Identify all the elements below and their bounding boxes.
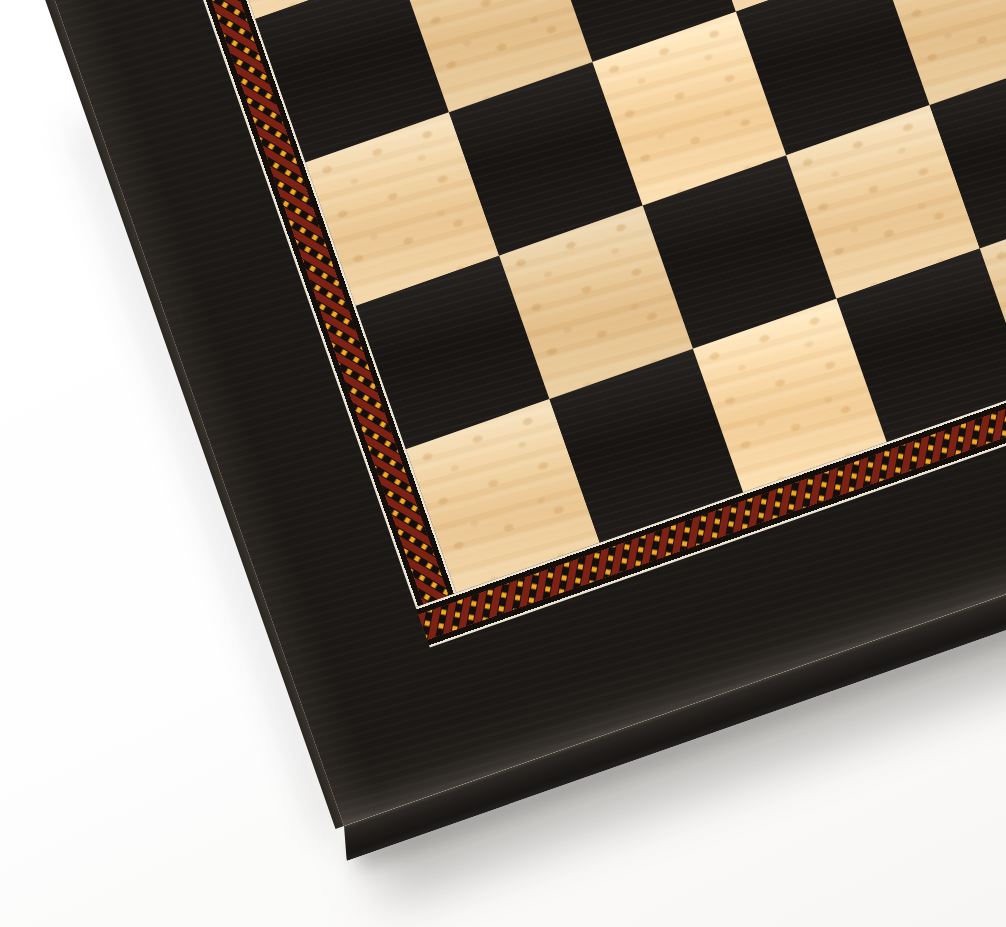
product-photo-scene: [0, 0, 1006, 927]
chess-board: [0, 0, 1006, 826]
